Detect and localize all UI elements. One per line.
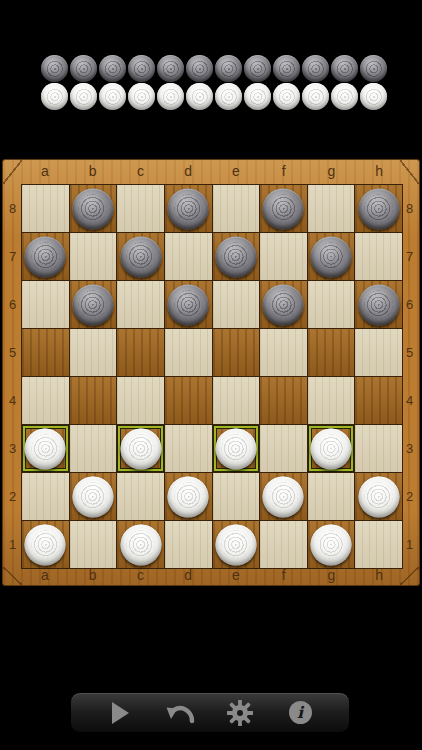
tray-black-man-3 xyxy=(99,55,126,82)
rank-label-4: 4 xyxy=(4,377,21,425)
square-e7[interactable] xyxy=(213,233,260,280)
square-a8[interactable] xyxy=(22,185,69,232)
square-g7[interactable] xyxy=(308,233,355,280)
square-d5[interactable] xyxy=(165,329,212,376)
square-a1[interactable] xyxy=(22,521,69,568)
black-man-c7[interactable] xyxy=(120,236,161,277)
tray-white-man-4 xyxy=(128,83,155,110)
square-f2[interactable] xyxy=(260,473,307,520)
white-man-a1[interactable] xyxy=(25,524,66,565)
tray-black-man-1 xyxy=(41,55,68,82)
square-h1[interactable] xyxy=(355,521,402,568)
rank-label-3: 3 xyxy=(4,425,21,473)
file-label-f: f xyxy=(260,567,308,583)
square-b2[interactable] xyxy=(70,473,117,520)
file-labels-top: abcdefgh xyxy=(21,161,403,183)
rank-label-8: 8 xyxy=(401,184,418,232)
tray-white-man-12 xyxy=(360,83,387,110)
square-h8[interactable] xyxy=(355,185,402,232)
rank-label-1: 1 xyxy=(4,521,21,569)
square-g8[interactable] xyxy=(308,185,355,232)
black-man-f6[interactable] xyxy=(263,284,304,325)
file-label-c: c xyxy=(117,161,165,183)
square-f1[interactable] xyxy=(260,521,307,568)
square-b1[interactable] xyxy=(70,521,117,568)
square-g1[interactable] xyxy=(308,521,355,568)
tray-black-man-7 xyxy=(215,55,242,82)
file-label-d: d xyxy=(164,567,212,583)
square-e5[interactable] xyxy=(213,329,260,376)
play-button[interactable] xyxy=(90,693,150,732)
square-f3[interactable] xyxy=(260,425,307,472)
board-grid xyxy=(21,184,403,569)
square-b3[interactable] xyxy=(70,425,117,472)
undo-icon xyxy=(165,701,195,725)
white-man-b2[interactable] xyxy=(72,476,113,517)
tray-white-man-7 xyxy=(215,83,242,110)
tray-black-row xyxy=(41,55,387,82)
tray-black-man-4 xyxy=(128,55,155,82)
rank-labels-right: 87654321 xyxy=(401,184,418,569)
rank-label-5: 5 xyxy=(4,328,21,376)
square-c8[interactable] xyxy=(117,185,164,232)
white-man-f2[interactable] xyxy=(263,476,304,517)
white-man-g3[interactable] xyxy=(311,428,352,469)
square-f5[interactable] xyxy=(260,329,307,376)
square-c5[interactable] xyxy=(117,329,164,376)
square-h7[interactable] xyxy=(355,233,402,280)
square-a7[interactable] xyxy=(22,233,69,280)
square-d6[interactable] xyxy=(165,281,212,328)
square-g5[interactable] xyxy=(308,329,355,376)
tray-black-man-2 xyxy=(70,55,97,82)
square-b7[interactable] xyxy=(70,233,117,280)
square-f8[interactable] xyxy=(260,185,307,232)
square-h3[interactable] xyxy=(355,425,402,472)
black-man-h8[interactable] xyxy=(358,188,399,229)
tray-black-man-5 xyxy=(157,55,184,82)
square-a5[interactable] xyxy=(22,329,69,376)
tray-white-man-6 xyxy=(186,83,213,110)
square-d1[interactable] xyxy=(165,521,212,568)
square-h2[interactable] xyxy=(355,473,402,520)
play-icon xyxy=(110,701,130,725)
tray-black-man-11 xyxy=(331,55,358,82)
settings-button[interactable] xyxy=(210,693,270,732)
file-label-a: a xyxy=(21,567,69,583)
tray-white-man-11 xyxy=(331,83,358,110)
gear-icon xyxy=(227,700,253,726)
square-d4[interactable] xyxy=(165,377,212,424)
tray-white-man-1 xyxy=(41,83,68,110)
white-man-c3[interactable] xyxy=(120,428,161,469)
tray-white-man-3 xyxy=(99,83,126,110)
square-c6[interactable] xyxy=(117,281,164,328)
rank-label-6: 6 xyxy=(401,280,418,328)
file-label-g: g xyxy=(308,567,356,583)
file-label-g: g xyxy=(308,161,356,183)
black-man-a7[interactable] xyxy=(25,236,66,277)
white-man-g1[interactable] xyxy=(311,524,352,565)
tray-black-man-9 xyxy=(273,55,300,82)
square-a2[interactable] xyxy=(22,473,69,520)
white-man-c1[interactable] xyxy=(120,524,161,565)
black-man-b8[interactable] xyxy=(72,188,113,229)
square-c2[interactable] xyxy=(117,473,164,520)
white-man-d2[interactable] xyxy=(168,476,209,517)
square-d3[interactable] xyxy=(165,425,212,472)
toolbar: i xyxy=(70,692,350,733)
rank-label-3: 3 xyxy=(401,425,418,473)
square-g3[interactable] xyxy=(308,425,355,472)
black-man-h6[interactable] xyxy=(358,284,399,325)
square-e3[interactable] xyxy=(213,425,260,472)
file-label-h: h xyxy=(355,161,403,183)
square-b8[interactable] xyxy=(70,185,117,232)
file-label-a: a xyxy=(21,161,69,183)
tray-white-man-5 xyxy=(157,83,184,110)
black-man-d6[interactable] xyxy=(168,284,209,325)
piece-tray xyxy=(41,55,387,110)
rank-label-8: 8 xyxy=(4,184,21,232)
file-label-f: f xyxy=(260,161,308,183)
square-e1[interactable] xyxy=(213,521,260,568)
file-label-e: e xyxy=(212,567,260,583)
black-man-b6[interactable] xyxy=(72,284,113,325)
file-label-e: e xyxy=(212,161,260,183)
tray-black-man-12 xyxy=(360,55,387,82)
square-a4[interactable] xyxy=(22,377,69,424)
file-label-c: c xyxy=(117,567,165,583)
file-label-b: b xyxy=(69,161,117,183)
rank-label-4: 4 xyxy=(401,377,418,425)
square-g2[interactable] xyxy=(308,473,355,520)
square-f6[interactable] xyxy=(260,281,307,328)
square-a6[interactable] xyxy=(22,281,69,328)
rank-label-1: 1 xyxy=(401,521,418,569)
undo-button[interactable] xyxy=(150,693,210,732)
rank-label-7: 7 xyxy=(4,232,21,280)
info-icon: i xyxy=(289,701,312,724)
square-e4[interactable] xyxy=(213,377,260,424)
square-h4[interactable] xyxy=(355,377,402,424)
square-c7[interactable] xyxy=(117,233,164,280)
white-man-e3[interactable] xyxy=(215,428,256,469)
black-man-g7[interactable] xyxy=(311,236,352,277)
rank-label-2: 2 xyxy=(4,473,21,521)
square-f4[interactable] xyxy=(260,377,307,424)
square-d8[interactable] xyxy=(165,185,212,232)
square-d2[interactable] xyxy=(165,473,212,520)
square-b4[interactable] xyxy=(70,377,117,424)
rank-label-5: 5 xyxy=(401,328,418,376)
tray-black-man-10 xyxy=(302,55,329,82)
square-f7[interactable] xyxy=(260,233,307,280)
tray-white-man-10 xyxy=(302,83,329,110)
square-c4[interactable] xyxy=(117,377,164,424)
square-h5[interactable] xyxy=(355,329,402,376)
square-c3[interactable] xyxy=(117,425,164,472)
square-b6[interactable] xyxy=(70,281,117,328)
tray-white-row xyxy=(41,83,387,110)
tray-white-man-9 xyxy=(273,83,300,110)
square-e2[interactable] xyxy=(213,473,260,520)
black-man-e7[interactable] xyxy=(215,236,256,277)
file-label-h: h xyxy=(355,567,403,583)
rank-label-2: 2 xyxy=(401,473,418,521)
black-man-f8[interactable] xyxy=(263,188,304,229)
square-e8[interactable] xyxy=(213,185,260,232)
square-d7[interactable] xyxy=(165,233,212,280)
tray-white-man-2 xyxy=(70,83,97,110)
square-c1[interactable] xyxy=(117,521,164,568)
white-man-e1[interactable] xyxy=(215,524,256,565)
square-g4[interactable] xyxy=(308,377,355,424)
square-g6[interactable] xyxy=(308,281,355,328)
tray-white-man-8 xyxy=(244,83,271,110)
white-man-h2[interactable] xyxy=(358,476,399,517)
tray-black-man-8 xyxy=(244,55,271,82)
square-b5[interactable] xyxy=(70,329,117,376)
square-h6[interactable] xyxy=(355,281,402,328)
black-man-d8[interactable] xyxy=(168,188,209,229)
board: abcdefgh abcdefgh 87654321 87654321 xyxy=(2,159,420,586)
file-label-d: d xyxy=(164,161,212,183)
square-a3[interactable] xyxy=(22,425,69,472)
white-man-a3[interactable] xyxy=(25,428,66,469)
file-label-b: b xyxy=(69,567,117,583)
app-screen: { "game": "checkers (draughts, 8x8 board… xyxy=(0,0,422,750)
file-labels-bottom: abcdefgh xyxy=(21,567,403,583)
rank-label-7: 7 xyxy=(401,232,418,280)
rank-label-6: 6 xyxy=(4,280,21,328)
info-button[interactable]: i xyxy=(270,693,330,732)
rank-labels-left: 87654321 xyxy=(4,184,21,569)
tray-black-man-6 xyxy=(186,55,213,82)
square-e6[interactable] xyxy=(213,281,260,328)
